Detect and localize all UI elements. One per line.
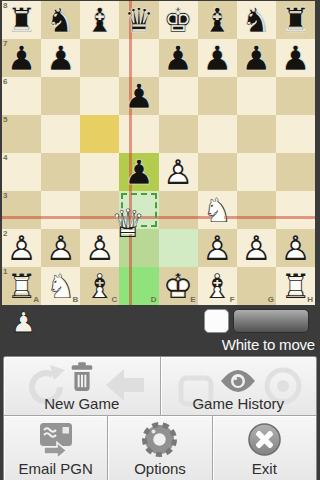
white-pawn[interactable]: ♟♙ <box>2 229 41 267</box>
white-pawn[interactable]: ♟♙ <box>198 229 237 267</box>
black-bishop[interactable]: ♝ <box>80 1 119 39</box>
options-label: Options <box>134 460 186 477</box>
square-b6[interactable] <box>41 77 80 115</box>
white-side-indicator <box>204 309 229 333</box>
white-pawn[interactable]: ♟♙ <box>276 229 315 267</box>
email-pgn-button[interactable]: Email PGN <box>4 416 107 480</box>
drag-crosshair-horizontal <box>2 216 315 219</box>
square-b2[interactable]: ♟♙ <box>41 229 80 267</box>
black-king[interactable]: ♚ <box>159 1 198 39</box>
square-c1[interactable]: C♝♗ <box>80 267 119 305</box>
gear-icon <box>141 421 178 458</box>
white-pawn-turn-icon: ♟ <box>11 309 36 337</box>
white-bishop[interactable]: ♝♗ <box>198 267 237 305</box>
square-a4[interactable]: 4 <box>2 153 41 191</box>
options-menu: New Game Game History <box>3 356 317 480</box>
square-e1[interactable]: E♚♔ <box>159 267 198 305</box>
square-b3[interactable] <box>41 191 80 229</box>
status-text: White to move <box>222 336 315 353</box>
square-h7[interactable]: ♟ <box>276 39 315 77</box>
square-h5[interactable] <box>276 115 315 153</box>
square-f1[interactable]: F♝♗ <box>198 267 237 305</box>
square-a2[interactable]: 2♟♙ <box>2 229 41 267</box>
square-g2[interactable]: ♟♙ <box>237 229 276 267</box>
file-label: D <box>151 296 157 304</box>
square-e6[interactable] <box>159 77 198 115</box>
square-b8[interactable]: ♞ <box>41 1 80 39</box>
rank-label: 3 <box>3 192 7 200</box>
square-a7[interactable]: 7♟ <box>2 39 41 77</box>
black-bishop[interactable]: ♝ <box>198 1 237 39</box>
game-history-button[interactable]: Game History <box>160 357 317 415</box>
square-g5[interactable] <box>237 115 276 153</box>
square-e2[interactable] <box>159 229 198 267</box>
white-rook[interactable]: ♜♖ <box>276 267 315 305</box>
new-game-label: New Game <box>44 395 119 412</box>
trash-icon <box>69 362 95 393</box>
dragged-white-queen[interactable]: ♛♕ <box>108 203 148 243</box>
black-knight[interactable]: ♞ <box>237 1 276 39</box>
rank-label: 4 <box>3 154 7 162</box>
chess-board[interactable]: ♛♕ 8♜♞♝♛♚♝♞♜7♟♟♟♟♟♟6♟54♟♟♙3♞♘2♟♙♟♙♟♙♟♙♟♙… <box>2 1 315 305</box>
square-h6[interactable] <box>276 77 315 115</box>
black-pawn[interactable]: ♟ <box>119 153 158 191</box>
square-c6[interactable] <box>80 77 119 115</box>
square-b1[interactable]: B♞♘ <box>41 267 80 305</box>
black-pawn[interactable]: ♟ <box>237 39 276 77</box>
square-f8[interactable]: ♝ <box>198 1 237 39</box>
status-bar: ♟ White to move <box>0 305 320 356</box>
app-screen: ♛♕ 8♜♞♝♛♚♝♞♜7♟♟♟♟♟♟6♟54♟♟♙3♞♘2♟♙♟♙♟♙♟♙♟♙… <box>0 0 320 480</box>
black-pawn[interactable]: ♟ <box>159 39 198 77</box>
black-pawn[interactable]: ♟ <box>2 39 41 77</box>
square-c7[interactable] <box>80 39 119 77</box>
black-rook[interactable]: ♜ <box>276 1 315 39</box>
square-b7[interactable]: ♟ <box>41 39 80 77</box>
black-pawn[interactable]: ♟ <box>41 39 80 77</box>
black-pawn[interactable]: ♟ <box>198 39 237 77</box>
exit-button[interactable]: Exit <box>212 416 316 480</box>
white-knight[interactable]: ♞♘ <box>41 267 80 305</box>
square-h2[interactable]: ♟♙ <box>276 229 315 267</box>
email-pgn-label: Email PGN <box>19 460 93 477</box>
square-e5[interactable] <box>159 115 198 153</box>
square-g1[interactable]: G <box>237 267 276 305</box>
black-queen[interactable]: ♛ <box>119 1 158 39</box>
white-pawn[interactable]: ♟♙ <box>159 153 198 191</box>
exit-icon <box>246 421 283 458</box>
square-h3[interactable] <box>276 191 315 229</box>
square-d7[interactable] <box>119 39 158 77</box>
rank-label: 6 <box>3 78 7 86</box>
white-bishop[interactable]: ♝♗ <box>80 267 119 305</box>
square-g6[interactable] <box>237 77 276 115</box>
square-e8[interactable]: ♚ <box>159 1 198 39</box>
square-f4[interactable] <box>198 153 237 191</box>
square-f2[interactable]: ♟♙ <box>198 229 237 267</box>
options-button[interactable]: Options <box>107 416 211 480</box>
square-f6[interactable] <box>198 77 237 115</box>
square-a5[interactable]: 5 <box>2 115 41 153</box>
black-knight[interactable]: ♞ <box>41 1 80 39</box>
square-g7[interactable]: ♟ <box>237 39 276 77</box>
square-b5[interactable] <box>41 115 80 153</box>
square-f3[interactable]: ♞♘ <box>198 191 237 229</box>
square-g4[interactable] <box>237 153 276 191</box>
eye-icon <box>220 369 256 393</box>
black-rook[interactable]: ♜ <box>2 1 41 39</box>
square-h8[interactable]: ♜ <box>276 1 315 39</box>
white-king[interactable]: ♚♔ <box>159 267 198 305</box>
white-knight[interactable]: ♞♘ <box>198 191 237 229</box>
exit-label: Exit <box>252 460 277 477</box>
white-pawn[interactable]: ♟♙ <box>41 229 80 267</box>
square-f7[interactable]: ♟ <box>198 39 237 77</box>
square-a6[interactable]: 6 <box>2 77 41 115</box>
square-a1[interactable]: 1A♜♖ <box>2 267 41 305</box>
square-d4[interactable]: ♟ <box>119 153 158 191</box>
square-h4[interactable] <box>276 153 315 191</box>
square-e3[interactable] <box>159 191 198 229</box>
square-g8[interactable]: ♞ <box>237 1 276 39</box>
white-pawn[interactable]: ♟♙ <box>237 229 276 267</box>
white-rook[interactable]: ♜♖ <box>2 267 41 305</box>
square-e7[interactable]: ♟ <box>159 39 198 77</box>
white-queen[interactable]: ♛♕ <box>108 203 148 243</box>
file-label: G <box>268 296 274 304</box>
black-pawn[interactable]: ♟ <box>119 77 158 115</box>
square-d8[interactable]: ♛ <box>119 1 158 39</box>
rank-label: 5 <box>3 116 7 124</box>
square-d1[interactable]: D <box>119 267 158 305</box>
square-d5[interactable] <box>119 115 158 153</box>
engine-progress-bar <box>233 309 309 333</box>
square-b4[interactable] <box>41 153 80 191</box>
square-f5[interactable] <box>198 115 237 153</box>
new-game-button[interactable]: New Game <box>4 357 160 415</box>
square-g3[interactable] <box>237 191 276 229</box>
square-e4[interactable]: ♟♙ <box>159 153 198 191</box>
square-h1[interactable]: H♜♖ <box>276 267 315 305</box>
black-pawn[interactable]: ♟ <box>276 39 315 77</box>
game-history-label: Game History <box>192 395 284 412</box>
square-c5[interactable] <box>80 115 119 153</box>
square-a3[interactable]: 3 <box>2 191 41 229</box>
square-c4[interactable] <box>80 153 119 191</box>
email-icon <box>37 420 75 458</box>
square-d6[interactable]: ♟ <box>119 77 158 115</box>
square-c8[interactable]: ♝ <box>80 1 119 39</box>
square-a8[interactable]: 8♜ <box>2 1 41 39</box>
